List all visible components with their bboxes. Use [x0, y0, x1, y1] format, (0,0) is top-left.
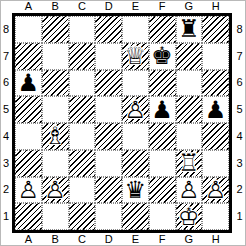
square-e2[interactable]: ♛ — [122, 177, 149, 204]
square-d8[interactable] — [95, 16, 122, 43]
square-c6[interactable] — [69, 70, 96, 97]
square-d6[interactable] — [95, 70, 122, 97]
rank-label-3: 3 — [233, 150, 246, 177]
piece-black-pawn[interactable]: ♟ — [149, 96, 176, 123]
square-g8[interactable]: ♜ — [176, 16, 203, 43]
white-pawn-outline: ♙ — [15, 177, 42, 204]
square-f7[interactable]: ♚ — [149, 43, 176, 70]
piece-black-pawn[interactable]: ♟ — [15, 70, 42, 97]
file-label-g: G — [176, 233, 203, 246]
file-label-e: E — [122, 233, 149, 246]
chess-diagram: ABCDEFGH 87654321 ♜♛♕♚♟♟♙♟♟♝♗♜♖♟♙♟♙♛♟♙♟♙… — [0, 0, 246, 246]
top-file-labels: ABCDEFGH — [15, 0, 229, 13]
rank-label-1: 1 — [0, 203, 12, 230]
file-label-a: A — [15, 0, 42, 13]
square-g2[interactable]: ♟♙ — [176, 177, 203, 204]
file-label-b: B — [42, 233, 69, 246]
square-a1[interactable] — [15, 203, 42, 230]
square-a6[interactable]: ♟ — [15, 70, 42, 97]
square-f2[interactable] — [149, 177, 176, 204]
right-rank-labels: 87654321 — [233, 16, 246, 230]
file-label-e: E — [122, 0, 149, 13]
square-b2[interactable]: ♟♙ — [42, 177, 69, 204]
square-d1[interactable] — [95, 203, 122, 230]
square-g5[interactable] — [176, 96, 203, 123]
piece-white-queen[interactable]: ♛♕ — [122, 43, 149, 70]
piece-white-rook[interactable]: ♜♖ — [176, 150, 203, 177]
square-b5[interactable] — [42, 96, 69, 123]
square-h8[interactable] — [202, 16, 229, 43]
black-queen-glyph: ♛ — [122, 177, 149, 204]
square-d2[interactable] — [95, 177, 122, 204]
file-label-d: D — [95, 0, 122, 13]
piece-black-rook[interactable]: ♜ — [176, 16, 203, 43]
square-e5[interactable]: ♟♙ — [122, 96, 149, 123]
square-b1[interactable] — [42, 203, 69, 230]
piece-white-bishop[interactable]: ♝♗ — [42, 123, 69, 150]
square-a3[interactable] — [15, 150, 42, 177]
piece-white-pawn[interactable]: ♟♙ — [42, 177, 69, 204]
square-g4[interactable] — [176, 123, 203, 150]
piece-white-king[interactable]: ♚♔ — [176, 203, 203, 230]
piece-white-pawn[interactable]: ♟♙ — [122, 96, 149, 123]
square-b6[interactable] — [42, 70, 69, 97]
white-pawn-outline: ♙ — [122, 96, 149, 123]
piece-black-king[interactable]: ♚ — [149, 43, 176, 70]
square-f3[interactable] — [149, 150, 176, 177]
square-c5[interactable] — [69, 96, 96, 123]
rank-label-6: 6 — [233, 70, 246, 97]
file-label-c: C — [69, 233, 96, 246]
square-a7[interactable] — [15, 43, 42, 70]
square-a5[interactable] — [15, 96, 42, 123]
white-pawn-outline: ♙ — [202, 177, 229, 204]
square-c2[interactable] — [69, 177, 96, 204]
piece-black-queen[interactable]: ♛ — [122, 177, 149, 204]
square-b4[interactable]: ♝♗ — [42, 123, 69, 150]
chess-board: ♜♛♕♚♟♟♙♟♟♝♗♜♖♟♙♟♙♛♟♙♟♙♚♔ — [12, 13, 232, 233]
rank-label-7: 7 — [233, 43, 246, 70]
square-e8[interactable] — [122, 16, 149, 43]
square-d3[interactable] — [95, 150, 122, 177]
square-h2[interactable]: ♟♙ — [202, 177, 229, 204]
square-e4[interactable] — [122, 123, 149, 150]
square-h7[interactable] — [202, 43, 229, 70]
file-label-f: F — [149, 233, 176, 246]
black-rook-glyph: ♜ — [176, 16, 203, 43]
square-c4[interactable] — [69, 123, 96, 150]
rank-label-2: 2 — [233, 177, 246, 204]
file-label-b: B — [42, 0, 69, 13]
rank-label-3: 3 — [0, 150, 12, 177]
file-label-d: D — [95, 233, 122, 246]
rank-label-7: 7 — [0, 43, 12, 70]
rank-label-5: 5 — [0, 96, 12, 123]
rank-label-8: 8 — [233, 16, 246, 43]
square-f1[interactable] — [149, 203, 176, 230]
rank-label-5: 5 — [233, 96, 246, 123]
bottom-file-labels: ABCDEFGH — [15, 233, 229, 246]
black-pawn-glyph: ♟ — [149, 96, 176, 123]
square-c3[interactable] — [69, 150, 96, 177]
black-king-glyph: ♚ — [149, 43, 176, 70]
white-king-outline: ♔ — [176, 203, 203, 230]
black-pawn-glyph: ♟ — [15, 70, 42, 97]
piece-white-pawn[interactable]: ♟♙ — [202, 177, 229, 204]
square-c8[interactable] — [69, 16, 96, 43]
square-e7[interactable]: ♛♕ — [122, 43, 149, 70]
square-g1[interactable]: ♚♔ — [176, 203, 203, 230]
file-label-h: H — [202, 233, 229, 246]
left-rank-labels: 87654321 — [0, 16, 12, 230]
square-a2[interactable]: ♟♙ — [15, 177, 42, 204]
square-h5[interactable]: ♟ — [202, 96, 229, 123]
square-h1[interactable] — [202, 203, 229, 230]
rank-label-4: 4 — [233, 123, 246, 150]
white-rook-outline: ♖ — [176, 150, 203, 177]
rank-label-1: 1 — [233, 203, 246, 230]
piece-white-pawn[interactable]: ♟♙ — [176, 177, 203, 204]
square-b7[interactable] — [42, 43, 69, 70]
square-g7[interactable] — [176, 43, 203, 70]
square-a4[interactable] — [15, 123, 42, 150]
file-label-h: H — [202, 0, 229, 13]
white-pawn-outline: ♙ — [42, 177, 69, 204]
black-pawn-glyph: ♟ — [202, 96, 229, 123]
piece-black-pawn[interactable]: ♟ — [202, 96, 229, 123]
square-c1[interactable] — [69, 203, 96, 230]
square-e1[interactable] — [122, 203, 149, 230]
square-b3[interactable] — [42, 150, 69, 177]
square-d7[interactable] — [95, 43, 122, 70]
white-bishop-outline: ♗ — [42, 123, 69, 150]
square-g3[interactable]: ♜♖ — [176, 150, 203, 177]
file-label-c: C — [69, 0, 96, 13]
square-f8[interactable] — [149, 16, 176, 43]
square-f5[interactable]: ♟ — [149, 96, 176, 123]
rank-label-8: 8 — [0, 16, 12, 43]
square-f4[interactable] — [149, 123, 176, 150]
white-queen-outline: ♕ — [122, 43, 149, 70]
square-h3[interactable] — [202, 150, 229, 177]
file-label-a: A — [15, 233, 42, 246]
square-d5[interactable] — [95, 96, 122, 123]
square-g6[interactable] — [176, 70, 203, 97]
square-c7[interactable] — [69, 43, 96, 70]
square-h4[interactable] — [202, 123, 229, 150]
square-b8[interactable] — [42, 16, 69, 43]
square-e6[interactable] — [122, 70, 149, 97]
file-label-f: F — [149, 0, 176, 13]
square-d4[interactable] — [95, 123, 122, 150]
rank-label-2: 2 — [0, 177, 12, 204]
file-label-g: G — [176, 0, 203, 13]
square-f6[interactable] — [149, 70, 176, 97]
white-pawn-outline: ♙ — [176, 177, 203, 204]
square-a8[interactable] — [15, 16, 42, 43]
piece-white-pawn[interactable]: ♟♙ — [15, 177, 42, 204]
rank-label-6: 6 — [0, 70, 12, 97]
rank-label-4: 4 — [0, 123, 12, 150]
square-h6[interactable] — [202, 70, 229, 97]
square-e3[interactable] — [122, 150, 149, 177]
